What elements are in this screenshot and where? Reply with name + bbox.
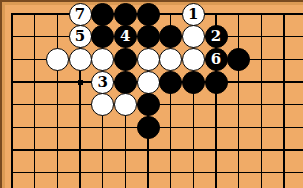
black-stone	[205, 71, 228, 94]
white-stone: 7	[69, 3, 92, 26]
black-stone	[182, 71, 205, 94]
black-stone	[91, 3, 114, 26]
move-number-label: 7	[75, 7, 85, 22]
black-stone	[159, 25, 182, 48]
black-stone	[159, 71, 182, 94]
move-number-label: 4	[120, 29, 130, 44]
grid-line-vertical	[34, 13, 36, 188]
black-stone	[91, 25, 114, 48]
black-stone	[114, 3, 137, 26]
white-stone	[69, 48, 92, 71]
move-number-label: 5	[75, 29, 85, 44]
black-stone	[137, 93, 160, 116]
white-stone	[91, 48, 114, 71]
white-stone	[46, 48, 69, 71]
white-stone	[137, 48, 160, 71]
black-stone	[137, 3, 160, 26]
white-stone	[114, 93, 137, 116]
white-stone: 3	[91, 71, 114, 94]
board-border-line-left	[0, 0, 2, 188]
go-board: 7154263	[0, 0, 303, 188]
black-stone	[114, 71, 137, 94]
white-stone	[159, 48, 182, 71]
black-stone	[137, 25, 160, 48]
grid-line-vertical	[57, 13, 59, 188]
grid-line-vertical	[11, 13, 13, 188]
move-number-label: 3	[97, 75, 107, 90]
black-stone	[114, 48, 137, 71]
white-stone	[137, 71, 160, 94]
black-stone: 4	[114, 25, 137, 48]
grid-line-horizontal	[11, 149, 303, 151]
move-number-label: 1	[188, 7, 198, 22]
white-stone: 1	[182, 3, 205, 26]
black-stone: 2	[205, 25, 228, 48]
black-stone	[137, 116, 160, 139]
grid-line-vertical	[283, 13, 285, 188]
white-stone	[91, 93, 114, 116]
grid-line-vertical	[238, 13, 240, 188]
black-stone: 6	[205, 48, 228, 71]
white-stone: 5	[69, 25, 92, 48]
move-number-label: 2	[211, 29, 221, 44]
black-stone	[227, 48, 250, 71]
white-stone	[182, 48, 205, 71]
star-point	[78, 80, 83, 85]
board-border-line-top	[0, 0, 303, 2]
grid-line-vertical	[261, 13, 263, 188]
move-number-label: 6	[211, 52, 221, 67]
white-stone	[182, 25, 205, 48]
grid-line-horizontal	[11, 172, 303, 174]
